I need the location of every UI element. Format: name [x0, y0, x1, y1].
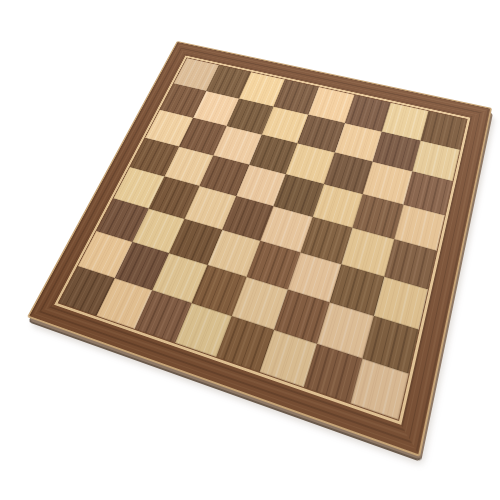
chessboard	[27, 41, 492, 457]
product-photo-scene	[0, 0, 500, 500]
board-squares-grid	[59, 58, 467, 420]
